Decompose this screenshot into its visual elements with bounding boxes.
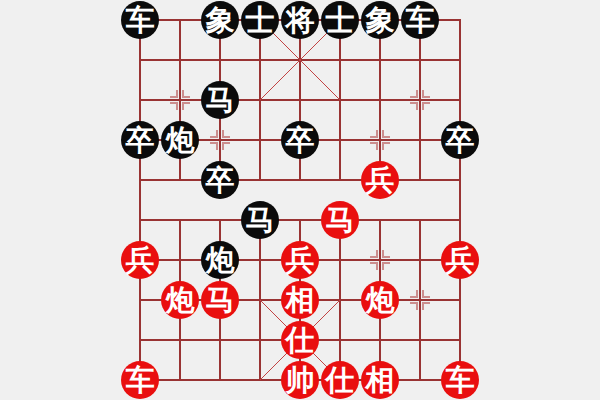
board-point[interactable] bbox=[160, 360, 200, 400]
board-point[interactable] bbox=[320, 40, 360, 80]
piece-red-soldier[interactable]: 兵 bbox=[121, 241, 159, 279]
piece-red-chariot[interactable]: 车 bbox=[441, 361, 479, 399]
piece-black-horse[interactable]: 马 bbox=[201, 81, 239, 119]
piece-black-cannon[interactable]: 炮 bbox=[201, 241, 239, 279]
board-point[interactable] bbox=[120, 160, 160, 200]
piece-red-general[interactable]: 帅 bbox=[281, 361, 319, 399]
board-point[interactable] bbox=[400, 360, 440, 400]
board-point[interactable] bbox=[240, 120, 280, 160]
piece-black-cannon[interactable]: 炮 bbox=[161, 121, 199, 159]
board-point[interactable] bbox=[200, 120, 240, 160]
board-point[interactable] bbox=[400, 200, 440, 240]
board-point[interactable] bbox=[320, 320, 360, 360]
board-point[interactable] bbox=[280, 200, 320, 240]
board-point[interactable] bbox=[160, 160, 200, 200]
board-point[interactable] bbox=[240, 80, 280, 120]
board-point[interactable] bbox=[240, 320, 280, 360]
piece-black-advisor[interactable]: 士 bbox=[241, 1, 279, 39]
board-point[interactable] bbox=[440, 280, 480, 320]
board-point[interactable] bbox=[440, 0, 480, 40]
board-point[interactable] bbox=[440, 320, 480, 360]
piece-red-horse[interactable]: 马 bbox=[201, 281, 239, 319]
piece-red-elephant[interactable]: 相 bbox=[281, 281, 319, 319]
piece-black-elephant[interactable]: 象 bbox=[361, 1, 399, 39]
board-point[interactable] bbox=[320, 240, 360, 280]
piece-red-elephant[interactable]: 相 bbox=[361, 361, 399, 399]
board-point[interactable] bbox=[280, 40, 320, 80]
piece-black-chariot[interactable]: 车 bbox=[121, 1, 159, 39]
piece-red-soldier[interactable]: 兵 bbox=[281, 241, 319, 279]
piece-red-cannon[interactable]: 炮 bbox=[361, 281, 399, 319]
piece-red-horse[interactable]: 马 bbox=[321, 201, 359, 239]
piece-black-chariot[interactable]: 车 bbox=[401, 1, 439, 39]
board-point[interactable] bbox=[400, 240, 440, 280]
board-point[interactable] bbox=[360, 200, 400, 240]
board-point[interactable] bbox=[240, 240, 280, 280]
xiangqi-board-screen: 车象士将士象车马卒炮卒卒卒兵马马兵炮兵兵炮马相炮仕车帅仕相车 bbox=[0, 0, 600, 400]
board-point[interactable] bbox=[320, 120, 360, 160]
board-point[interactable] bbox=[440, 80, 480, 120]
piece-red-soldier[interactable]: 兵 bbox=[441, 241, 479, 279]
board-point[interactable] bbox=[280, 80, 320, 120]
board-point[interactable] bbox=[400, 320, 440, 360]
board-point[interactable] bbox=[160, 200, 200, 240]
board-point[interactable] bbox=[320, 80, 360, 120]
board-point[interactable] bbox=[400, 160, 440, 200]
board-point[interactable] bbox=[120, 40, 160, 80]
board-point[interactable] bbox=[400, 280, 440, 320]
board-point[interactable] bbox=[400, 80, 440, 120]
piece-black-elephant[interactable]: 象 bbox=[201, 1, 239, 39]
board-point[interactable] bbox=[120, 200, 160, 240]
board-point[interactable] bbox=[400, 120, 440, 160]
piece-black-soldier[interactable]: 卒 bbox=[281, 121, 319, 159]
board-point[interactable] bbox=[200, 40, 240, 80]
board-point[interactable] bbox=[160, 80, 200, 120]
piece-red-advisor[interactable]: 仕 bbox=[281, 321, 319, 359]
board-point[interactable] bbox=[320, 160, 360, 200]
board-point[interactable] bbox=[160, 320, 200, 360]
piece-black-soldier[interactable]: 卒 bbox=[201, 161, 239, 199]
board-point[interactable] bbox=[160, 0, 200, 40]
board-point[interactable] bbox=[240, 360, 280, 400]
board-point[interactable] bbox=[120, 320, 160, 360]
piece-black-soldier[interactable]: 卒 bbox=[121, 121, 159, 159]
piece-red-cannon[interactable]: 炮 bbox=[161, 281, 199, 319]
board-point[interactable] bbox=[240, 40, 280, 80]
board-point[interactable] bbox=[240, 160, 280, 200]
piece-black-soldier[interactable]: 卒 bbox=[441, 121, 479, 159]
board-point[interactable] bbox=[320, 280, 360, 320]
board-point[interactable] bbox=[440, 40, 480, 80]
board-point[interactable] bbox=[440, 160, 480, 200]
piece-black-horse[interactable]: 马 bbox=[241, 201, 279, 239]
board-point[interactable] bbox=[120, 80, 160, 120]
board-point[interactable] bbox=[360, 240, 400, 280]
board-point[interactable] bbox=[280, 160, 320, 200]
piece-red-chariot[interactable]: 车 bbox=[121, 361, 159, 399]
piece-black-general[interactable]: 将 bbox=[281, 1, 319, 39]
piece-black-advisor[interactable]: 士 bbox=[321, 1, 359, 39]
board-point[interactable] bbox=[360, 40, 400, 80]
board-point[interactable] bbox=[200, 320, 240, 360]
board-point[interactable] bbox=[360, 80, 400, 120]
board-point[interactable] bbox=[160, 40, 200, 80]
board-point[interactable] bbox=[360, 120, 400, 160]
board-point[interactable] bbox=[360, 320, 400, 360]
xiangqi-board: 车象士将士象车马卒炮卒卒卒兵马马兵炮兵兵炮马相炮仕车帅仕相车 bbox=[120, 0, 480, 400]
board-point[interactable] bbox=[400, 40, 440, 80]
board-point[interactable] bbox=[440, 200, 480, 240]
board-point[interactable] bbox=[120, 280, 160, 320]
piece-red-advisor[interactable]: 仕 bbox=[321, 361, 359, 399]
board-point[interactable] bbox=[160, 240, 200, 280]
board-point[interactable] bbox=[240, 280, 280, 320]
board-point[interactable] bbox=[200, 200, 240, 240]
piece-red-soldier[interactable]: 兵 bbox=[361, 161, 399, 199]
board-point[interactable] bbox=[200, 360, 240, 400]
